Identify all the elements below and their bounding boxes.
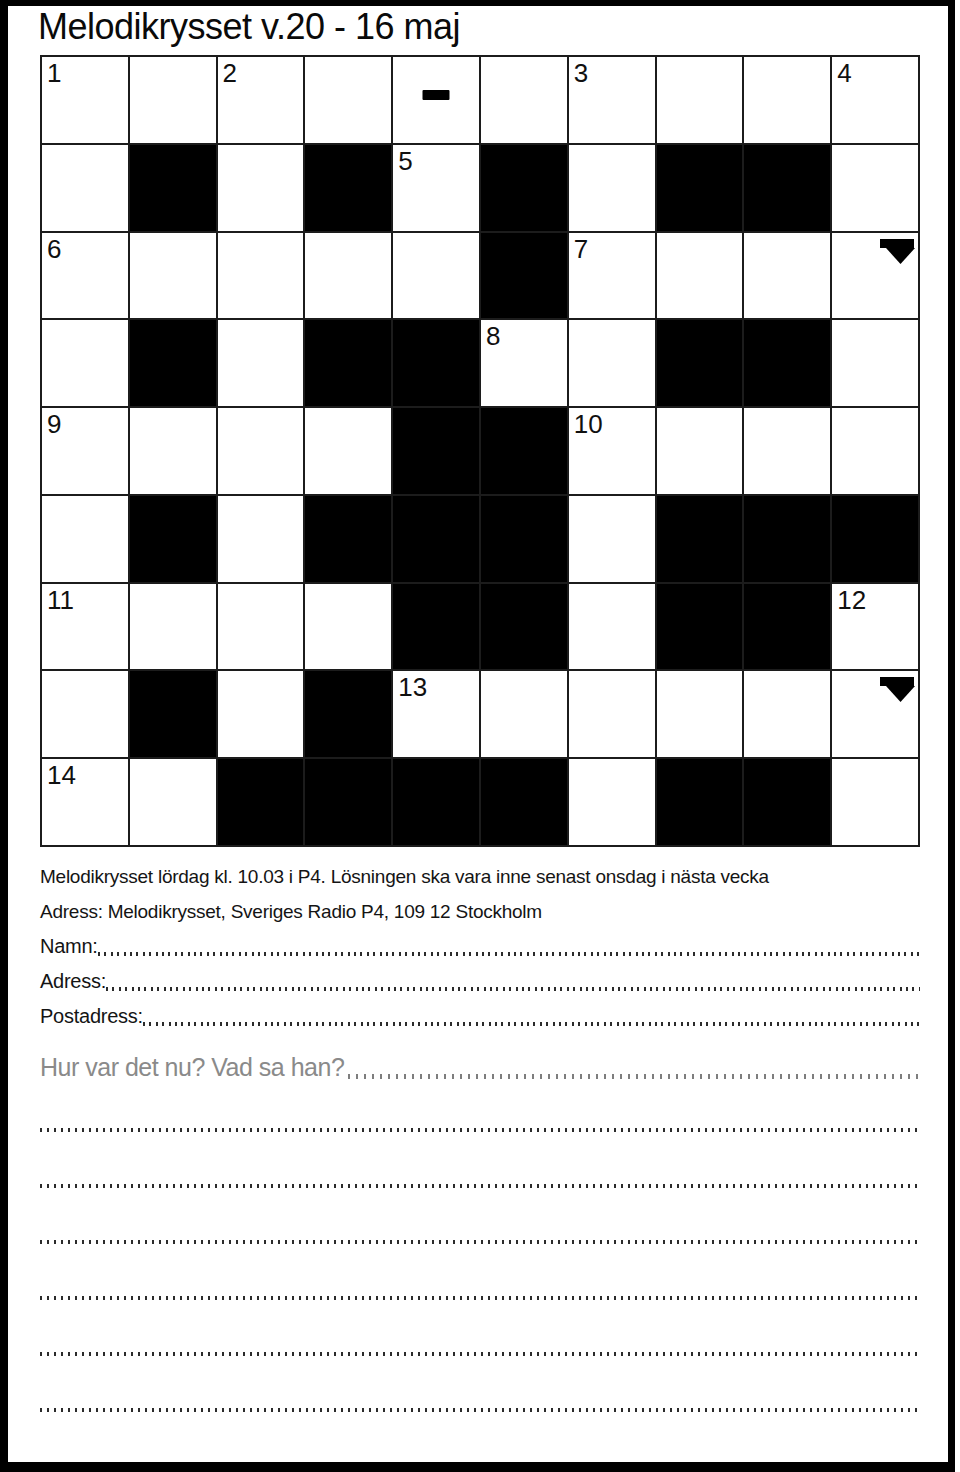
cell-r4c10[interactable]	[832, 320, 918, 406]
clue-number: 4	[837, 58, 851, 88]
cell-r4c3[interactable]	[218, 320, 304, 406]
cell-r7c10[interactable]: 12	[832, 584, 918, 670]
dotted-answer-line	[40, 1352, 920, 1356]
postal-address-label: Postadress:	[40, 1005, 143, 1028]
name-field-line: Namn:	[40, 935, 920, 958]
cell-r4c6[interactable]: 8	[481, 320, 567, 406]
cell-r3c5[interactable]	[393, 233, 479, 319]
cell-r7c3[interactable]	[218, 584, 304, 670]
crossword-grid: 1234567891011121314	[40, 55, 920, 847]
cell-r4c2	[130, 320, 216, 406]
page-border-right	[948, 0, 955, 1472]
cell-r3c6	[481, 233, 567, 319]
cell-r4c1[interactable]	[42, 320, 128, 406]
cell-r7c5	[393, 584, 479, 670]
cell-r7c1[interactable]: 11	[42, 584, 128, 670]
cell-r1c10[interactable]: 4	[832, 57, 918, 143]
cell-r2c4	[305, 145, 391, 231]
cell-r9c6	[481, 759, 567, 845]
cell-r3c8[interactable]	[657, 233, 743, 319]
cell-r4c4	[305, 320, 391, 406]
answer-prompt-dotted-leader	[348, 1074, 920, 1079]
cell-r2c9	[744, 145, 830, 231]
page-border-bottom	[0, 1462, 955, 1472]
postal-address-dotted-leader	[143, 1022, 920, 1026]
cell-r7c6	[481, 584, 567, 670]
cell-r1c1[interactable]: 1	[42, 57, 128, 143]
cell-r8c4	[305, 671, 391, 757]
cell-r1c9[interactable]	[744, 57, 830, 143]
cell-r8c5[interactable]: 13	[393, 671, 479, 757]
page-border-left	[0, 0, 8, 1472]
cell-r6c8	[657, 496, 743, 582]
cell-r5c2[interactable]	[130, 408, 216, 494]
cell-r3c4[interactable]	[305, 233, 391, 319]
cell-r8c9[interactable]	[744, 671, 830, 757]
broadcast-info-line: Melodikrysset lördag kl. 10.03 i P4. Lös…	[40, 866, 769, 888]
cell-r5c10[interactable]	[832, 408, 918, 494]
cell-r6c10	[832, 496, 918, 582]
cell-r6c2	[130, 496, 216, 582]
turn-down-arrow-icon	[880, 236, 915, 265]
cell-r5c9[interactable]	[744, 408, 830, 494]
cell-r6c5	[393, 496, 479, 582]
cell-r6c3[interactable]	[218, 496, 304, 582]
cell-r4c7[interactable]	[569, 320, 655, 406]
name-label: Namn:	[40, 935, 98, 958]
cell-r1c2[interactable]	[130, 57, 216, 143]
cell-r3c3[interactable]	[218, 233, 304, 319]
cell-r9c2[interactable]	[130, 759, 216, 845]
clue-number: 7	[574, 234, 588, 264]
cell-r6c4	[305, 496, 391, 582]
cell-r1c7[interactable]: 3	[569, 57, 655, 143]
cell-r8c8[interactable]	[657, 671, 743, 757]
postal-address-field-line: Postadress:	[40, 1005, 920, 1028]
cell-r3c2[interactable]	[130, 233, 216, 319]
cell-r7c4[interactable]	[305, 584, 391, 670]
cell-r2c6	[481, 145, 567, 231]
cell-r7c8	[657, 584, 743, 670]
cell-r9c5	[393, 759, 479, 845]
cell-r7c2[interactable]	[130, 584, 216, 670]
cell-r2c2	[130, 145, 216, 231]
clue-number: 11	[47, 585, 74, 615]
clue-number: 14	[47, 760, 76, 790]
cell-r9c10[interactable]	[832, 759, 918, 845]
cell-r6c7[interactable]	[569, 496, 655, 582]
cell-r9c3	[218, 759, 304, 845]
clue-number: 13	[398, 672, 427, 702]
page-title: Melodikrysset v.20 - 16 maj	[38, 6, 460, 48]
cell-r9c7[interactable]	[569, 759, 655, 845]
clue-number: 12	[837, 585, 866, 615]
cell-r3c9[interactable]	[744, 233, 830, 319]
dotted-answer-line	[40, 1408, 920, 1412]
cell-r2c7[interactable]	[569, 145, 655, 231]
clue-number: 2	[223, 58, 237, 88]
cell-r3c10[interactable]	[832, 233, 918, 319]
clue-number: 5	[398, 146, 412, 176]
cell-r2c8	[657, 145, 743, 231]
cell-r1c5[interactable]	[393, 57, 479, 143]
cell-r8c2	[130, 671, 216, 757]
clue-number: 10	[574, 409, 603, 439]
cell-r4c8	[657, 320, 743, 406]
dotted-answer-line	[40, 1296, 920, 1300]
cell-r2c10[interactable]	[832, 145, 918, 231]
scanned-puzzle-page: Melodikrysset v.20 - 16 maj 123456789101…	[0, 0, 960, 1472]
name-dotted-leader	[98, 952, 920, 956]
clue-number: 6	[47, 234, 61, 264]
answer-prompt-text: Hur var det nu? Vad sa han?	[40, 1052, 344, 1082]
address-field-line: Adress:	[40, 970, 920, 993]
cell-r8c6[interactable]	[481, 671, 567, 757]
clue-number: 1	[47, 58, 61, 88]
mailing-address-line: Adress: Melodikrysset, Sveriges Radio P4…	[40, 901, 542, 923]
cell-r5c3[interactable]	[218, 408, 304, 494]
cell-r2c1[interactable]	[42, 145, 128, 231]
cell-r6c6	[481, 496, 567, 582]
dotted-answer-line	[40, 1240, 920, 1244]
cell-r9c8	[657, 759, 743, 845]
cell-r1c3[interactable]: 2	[218, 57, 304, 143]
clue-number: 3	[574, 58, 588, 88]
cell-r8c1[interactable]	[42, 671, 128, 757]
cell-r5c4[interactable]	[305, 408, 391, 494]
cell-r1c8[interactable]	[657, 57, 743, 143]
cell-r8c3[interactable]	[218, 671, 304, 757]
cell-r5c8[interactable]	[657, 408, 743, 494]
cell-r1c6[interactable]	[481, 57, 567, 143]
cell-r3c7[interactable]: 7	[569, 233, 655, 319]
cell-r3c1[interactable]: 6	[42, 233, 128, 319]
answer-prompt-line: Hur var det nu? Vad sa han?	[40, 1052, 920, 1082]
cell-r1c4[interactable]	[305, 57, 391, 143]
cell-r5c7[interactable]: 10	[569, 408, 655, 494]
dotted-answer-line	[40, 1184, 920, 1188]
clue-number: 8	[486, 321, 500, 351]
address-label: Adress:	[40, 970, 106, 993]
cell-r7c7[interactable]	[569, 584, 655, 670]
cell-r9c9	[744, 759, 830, 845]
cell-r6c1[interactable]	[42, 496, 128, 582]
cell-r2c5[interactable]: 5	[393, 145, 479, 231]
cell-r2c3[interactable]	[218, 145, 304, 231]
address-dotted-leader	[106, 987, 920, 991]
clue-number: 9	[47, 409, 61, 439]
cell-r6c9	[744, 496, 830, 582]
cell-r9c4	[305, 759, 391, 845]
cell-r5c1[interactable]: 9	[42, 408, 128, 494]
cell-r5c5	[393, 408, 479, 494]
cell-r8c7[interactable]	[569, 671, 655, 757]
cell-r5c6	[481, 408, 567, 494]
cell-r8c10[interactable]	[832, 671, 918, 757]
cell-r9c1[interactable]: 14	[42, 759, 128, 845]
dotted-answer-line	[40, 1128, 920, 1132]
hyphen-marker	[423, 90, 450, 100]
cell-r7c9	[744, 584, 830, 670]
cell-r4c9	[744, 320, 830, 406]
cell-r4c5	[393, 320, 479, 406]
turn-down-arrow-icon	[880, 674, 915, 703]
